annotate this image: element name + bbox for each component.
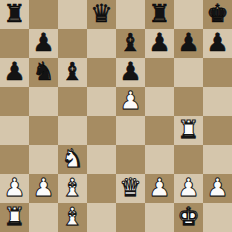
square-c6[interactable]: ♝ — [58, 58, 87, 87]
white-pawn-piece[interactable]: ♟ — [3, 174, 25, 202]
square-e7[interactable]: ♝ — [116, 29, 145, 58]
black-pawn-piece[interactable]: ♟ — [148, 29, 170, 57]
black-king-piece[interactable]: ♚ — [206, 0, 228, 28]
square-f6[interactable] — [145, 58, 174, 87]
square-g5[interactable] — [174, 87, 203, 116]
square-d5[interactable] — [87, 87, 116, 116]
square-a6[interactable]: ♟ — [0, 58, 29, 87]
square-c5[interactable] — [58, 87, 87, 116]
square-b1[interactable] — [29, 203, 58, 232]
square-f2[interactable]: ♟ — [145, 174, 174, 203]
white-bishop-piece[interactable]: ♝ — [61, 203, 83, 231]
black-pawn-piece[interactable]: ♟ — [3, 58, 25, 86]
white-king-piece[interactable]: ♚ — [177, 203, 199, 231]
square-d2[interactable] — [87, 174, 116, 203]
square-g3[interactable] — [174, 145, 203, 174]
square-g6[interactable] — [174, 58, 203, 87]
black-knight-piece[interactable]: ♞ — [32, 58, 54, 86]
white-knight-piece[interactable]: ♞ — [61, 145, 83, 173]
square-b3[interactable] — [29, 145, 58, 174]
white-bishop-piece[interactable]: ♝ — [61, 174, 83, 202]
square-g8[interactable] — [174, 0, 203, 29]
square-d8[interactable]: ♛ — [87, 0, 116, 29]
black-pawn-piece[interactable]: ♟ — [206, 29, 228, 57]
white-pawn-piece[interactable]: ♟ — [119, 87, 141, 115]
white-pawn-piece[interactable]: ♟ — [206, 174, 228, 202]
square-f8[interactable]: ♜ — [145, 0, 174, 29]
square-a2[interactable]: ♟ — [0, 174, 29, 203]
square-c3[interactable]: ♞ — [58, 145, 87, 174]
square-a7[interactable] — [0, 29, 29, 58]
square-e6[interactable]: ♟ — [116, 58, 145, 87]
square-c8[interactable] — [58, 0, 87, 29]
square-d1[interactable] — [87, 203, 116, 232]
square-h5[interactable] — [203, 87, 232, 116]
square-e3[interactable] — [116, 145, 145, 174]
square-h2[interactable]: ♟ — [203, 174, 232, 203]
chess-board: ♜♛♜♚♟♝♟♟♟♟♞♝♟♟♜♞♟♟♝♛♟♟♟♜♝♚ — [0, 0, 232, 232]
square-a5[interactable] — [0, 87, 29, 116]
white-rook-piece[interactable]: ♜ — [177, 116, 199, 144]
square-d6[interactable] — [87, 58, 116, 87]
square-h7[interactable]: ♟ — [203, 29, 232, 58]
square-g4[interactable]: ♜ — [174, 116, 203, 145]
black-pawn-piece[interactable]: ♟ — [177, 29, 199, 57]
square-a4[interactable] — [0, 116, 29, 145]
white-queen-piece[interactable]: ♛ — [119, 174, 141, 202]
square-b8[interactable] — [29, 0, 58, 29]
square-a8[interactable]: ♜ — [0, 0, 29, 29]
square-c1[interactable]: ♝ — [58, 203, 87, 232]
white-pawn-piece[interactable]: ♟ — [177, 174, 199, 202]
square-d3[interactable] — [87, 145, 116, 174]
square-a3[interactable] — [0, 145, 29, 174]
white-rook-piece[interactable]: ♜ — [3, 203, 25, 231]
black-rook-piece[interactable]: ♜ — [3, 0, 25, 28]
white-pawn-piece[interactable]: ♟ — [148, 174, 170, 202]
square-c4[interactable] — [58, 116, 87, 145]
square-b4[interactable] — [29, 116, 58, 145]
black-bishop-piece[interactable]: ♝ — [61, 58, 83, 86]
square-a1[interactable]: ♜ — [0, 203, 29, 232]
square-c2[interactable]: ♝ — [58, 174, 87, 203]
square-g1[interactable]: ♚ — [174, 203, 203, 232]
black-rook-piece[interactable]: ♜ — [148, 0, 170, 28]
square-h8[interactable]: ♚ — [203, 0, 232, 29]
square-h3[interactable] — [203, 145, 232, 174]
square-d4[interactable] — [87, 116, 116, 145]
black-pawn-piece[interactable]: ♟ — [32, 29, 54, 57]
square-h4[interactable] — [203, 116, 232, 145]
square-e4[interactable] — [116, 116, 145, 145]
square-e5[interactable]: ♟ — [116, 87, 145, 116]
black-queen-piece[interactable]: ♛ — [90, 0, 112, 28]
square-e8[interactable] — [116, 0, 145, 29]
white-pawn-piece[interactable]: ♟ — [32, 174, 54, 202]
square-b5[interactable] — [29, 87, 58, 116]
square-f3[interactable] — [145, 145, 174, 174]
square-f1[interactable] — [145, 203, 174, 232]
square-g7[interactable]: ♟ — [174, 29, 203, 58]
square-d7[interactable] — [87, 29, 116, 58]
square-b2[interactable]: ♟ — [29, 174, 58, 203]
square-f5[interactable] — [145, 87, 174, 116]
black-pawn-piece[interactable]: ♟ — [119, 58, 141, 86]
square-b6[interactable]: ♞ — [29, 58, 58, 87]
square-g2[interactable]: ♟ — [174, 174, 203, 203]
square-c7[interactable] — [58, 29, 87, 58]
square-f4[interactable] — [145, 116, 174, 145]
square-f7[interactable]: ♟ — [145, 29, 174, 58]
square-b7[interactable]: ♟ — [29, 29, 58, 58]
square-h1[interactable] — [203, 203, 232, 232]
square-e2[interactable]: ♛ — [116, 174, 145, 203]
black-bishop-piece[interactable]: ♝ — [119, 29, 141, 57]
square-e1[interactable] — [116, 203, 145, 232]
square-h6[interactable] — [203, 58, 232, 87]
